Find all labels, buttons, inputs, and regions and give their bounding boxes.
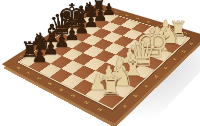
- product-photo-background: abcdefgh abcdefgh 87654321 87654321 ♜♞♝♛…: [0, 0, 200, 126]
- board-frame: abcdefgh abcdefgh 87654321 87654321 ♜♞♝♛…: [2, 3, 200, 123]
- chess-board: abcdefgh abcdefgh 87654321 87654321 ♜♞♝♛…: [2, 3, 200, 123]
